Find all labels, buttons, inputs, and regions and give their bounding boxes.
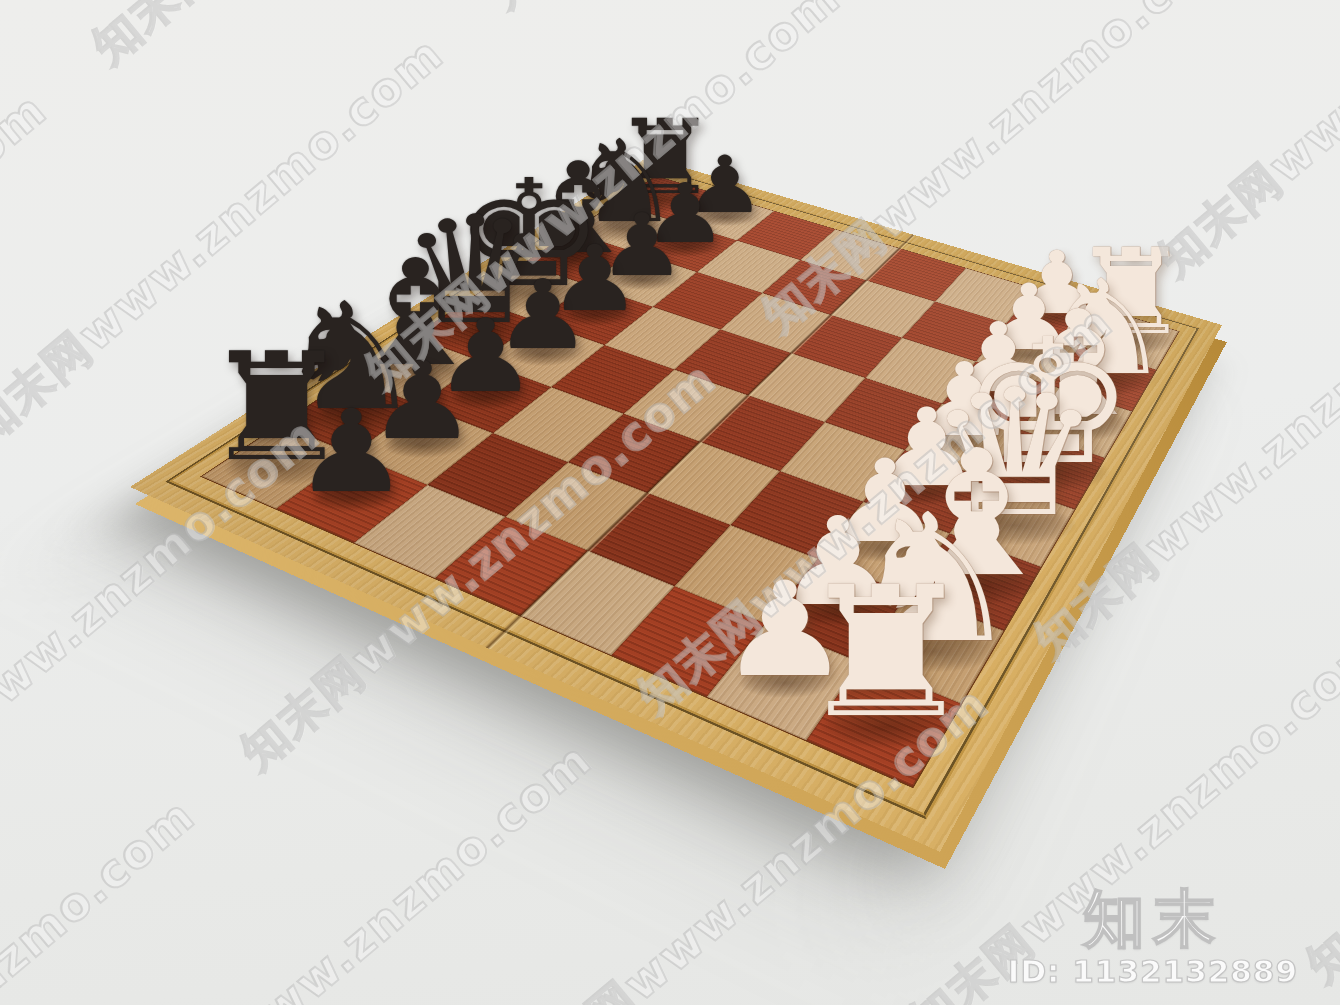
site-logo: 知末 ID: 1132132889 <box>1008 886 1298 989</box>
site-logo-text: 知末 <box>1008 886 1298 951</box>
image-id-label: ID: 1132132889 <box>1008 953 1298 989</box>
scene: ♜♞♝♛♚♝♞♜♟♟♟♟♟♟♟♟♟♟♟♟♟♟♟♟♜♞♝♛♚♝♞♜ 知末网www.… <box>0 0 1340 1005</box>
watermark-text: 知末网www.znzmo.com <box>0 80 60 515</box>
watermark-text: 知末网www.znzmo.com <box>104 729 605 1005</box>
watermark-text: 知末网www.znzmo.com <box>1294 561 1340 996</box>
watermark-text: 知末网www.znzmo.com <box>80 0 581 77</box>
watermark-text: 知末网www.znzmo.com <box>0 785 209 1005</box>
watermark-text: 知末网www.znzmo.com <box>477 0 978 21</box>
watermark-text: 知末网www.znzmo.com <box>773 998 1274 1005</box>
watermark-text: 知末网www.znzmo.com <box>1146 0 1340 290</box>
watermark-text: 知末网www.znzmo.com <box>0 0 184 133</box>
